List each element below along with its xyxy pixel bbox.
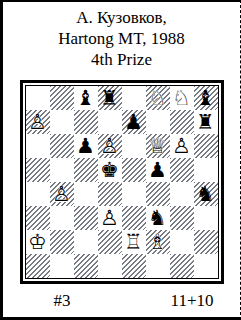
square-g5 bbox=[170, 158, 194, 182]
square-a8 bbox=[26, 86, 50, 110]
square-c5 bbox=[74, 158, 98, 182]
square-a2: ♔ bbox=[26, 230, 50, 254]
title-award: 4th Prize bbox=[3, 49, 240, 70]
white-pawn-b4: ♙ bbox=[52, 182, 71, 206]
black-knight-h4: ♞ bbox=[196, 182, 215, 206]
square-b1 bbox=[50, 254, 74, 278]
square-a4 bbox=[26, 182, 50, 206]
white-pawn-d6: ♙ bbox=[100, 134, 119, 158]
square-c6: ♟ bbox=[74, 134, 98, 158]
square-d7 bbox=[98, 110, 122, 134]
square-f7 bbox=[146, 110, 170, 134]
board-grid: ♝♜♘♘♝♙♟♜♟♙♕♙♚♟♙♞♙♞♔♖♗ bbox=[26, 86, 218, 278]
black-bishop-c8: ♝ bbox=[76, 86, 95, 110]
black-pawn-f5: ♟ bbox=[148, 158, 167, 182]
caption-row: #3 11+10 bbox=[20, 291, 224, 311]
square-b6 bbox=[50, 134, 74, 158]
square-g8: ♘ bbox=[170, 86, 194, 110]
chess-board-frame: ♝♜♘♘♝♙♟♜♟♙♕♙♚♟♙♞♙♞♔♖♗ bbox=[20, 80, 224, 284]
square-g7 bbox=[170, 110, 194, 134]
square-e6 bbox=[122, 134, 146, 158]
square-c3 bbox=[74, 206, 98, 230]
square-h1 bbox=[194, 254, 218, 278]
square-e5 bbox=[122, 158, 146, 182]
square-g4 bbox=[170, 182, 194, 206]
square-a5 bbox=[26, 158, 50, 182]
black-rook-h7: ♜ bbox=[196, 110, 215, 134]
square-e3 bbox=[122, 206, 146, 230]
square-h8: ♝ bbox=[194, 86, 218, 110]
square-a3 bbox=[26, 206, 50, 230]
square-h6 bbox=[194, 134, 218, 158]
square-e2: ♖ bbox=[122, 230, 146, 254]
black-king-d5: ♚ bbox=[100, 158, 119, 182]
white-king-a2: ♔ bbox=[28, 230, 47, 254]
white-pawn-d3: ♙ bbox=[100, 206, 119, 230]
white-rook-e2: ♖ bbox=[124, 230, 143, 254]
black-knight-f3: ♞ bbox=[148, 206, 167, 230]
square-a6 bbox=[26, 134, 50, 158]
square-c7 bbox=[74, 110, 98, 134]
white-pawn-g6: ♙ bbox=[172, 134, 191, 158]
square-c2 bbox=[74, 230, 98, 254]
square-c4 bbox=[74, 182, 98, 206]
square-b8 bbox=[50, 86, 74, 110]
black-pawn-e7: ♟ bbox=[124, 110, 143, 134]
square-a7: ♙ bbox=[26, 110, 50, 134]
title-author: А. Кузовков, bbox=[3, 7, 240, 28]
white-bishop-f2: ♗ bbox=[148, 230, 167, 254]
square-d1 bbox=[98, 254, 122, 278]
square-a1 bbox=[26, 254, 50, 278]
square-f5: ♟ bbox=[146, 158, 170, 182]
white-knight-g8: ♘ bbox=[172, 86, 191, 110]
white-knight-f8: ♘ bbox=[148, 86, 167, 110]
square-h4: ♞ bbox=[194, 182, 218, 206]
chess-board-inner-frame: ♝♜♘♘♝♙♟♜♟♙♕♙♚♟♙♞♙♞♔♖♗ bbox=[25, 85, 219, 279]
square-b4: ♙ bbox=[50, 182, 74, 206]
square-f8: ♘ bbox=[146, 86, 170, 110]
square-d4 bbox=[98, 182, 122, 206]
square-e1 bbox=[122, 254, 146, 278]
square-h2 bbox=[194, 230, 218, 254]
square-d2 bbox=[98, 230, 122, 254]
piece-count: 11+10 bbox=[171, 291, 214, 311]
square-g6: ♙ bbox=[170, 134, 194, 158]
square-f3: ♞ bbox=[146, 206, 170, 230]
title-event: Hartong MT, 1988 bbox=[3, 28, 240, 49]
square-e7: ♟ bbox=[122, 110, 146, 134]
square-e8 bbox=[122, 86, 146, 110]
stipulation: #3 bbox=[54, 291, 71, 311]
square-f2: ♗ bbox=[146, 230, 170, 254]
square-b7 bbox=[50, 110, 74, 134]
square-d3: ♙ bbox=[98, 206, 122, 230]
black-rook-d8: ♜ bbox=[100, 86, 119, 110]
square-f6: ♕ bbox=[146, 134, 170, 158]
square-g2 bbox=[170, 230, 194, 254]
square-d5: ♚ bbox=[98, 158, 122, 182]
square-d6: ♙ bbox=[98, 134, 122, 158]
black-pawn-c6: ♟ bbox=[76, 134, 95, 158]
square-f1 bbox=[146, 254, 170, 278]
square-b5 bbox=[50, 158, 74, 182]
square-f4 bbox=[146, 182, 170, 206]
square-h7: ♜ bbox=[194, 110, 218, 134]
square-d8: ♜ bbox=[98, 86, 122, 110]
title-block: А. Кузовков, Hartong MT, 1988 4th Prize bbox=[3, 7, 240, 70]
square-h5 bbox=[194, 158, 218, 182]
problem-card: А. Кузовков, Hartong MT, 1988 4th Prize … bbox=[0, 0, 241, 320]
white-pawn-a7: ♙ bbox=[28, 110, 47, 134]
square-b2 bbox=[50, 230, 74, 254]
square-c8: ♝ bbox=[74, 86, 98, 110]
white-queen-f6: ♕ bbox=[148, 134, 167, 158]
square-h3 bbox=[194, 206, 218, 230]
square-b3 bbox=[50, 206, 74, 230]
black-bishop-h8: ♝ bbox=[196, 86, 215, 110]
square-e4 bbox=[122, 182, 146, 206]
square-g1 bbox=[170, 254, 194, 278]
square-g3 bbox=[170, 206, 194, 230]
square-c1 bbox=[74, 254, 98, 278]
